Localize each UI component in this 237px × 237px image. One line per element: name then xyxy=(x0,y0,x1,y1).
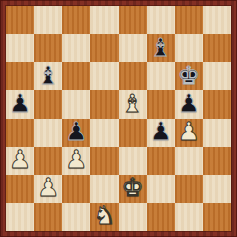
piece-black-pawn[interactable]: ♟ xyxy=(178,91,200,116)
square-c7[interactable] xyxy=(62,34,90,62)
square-c6[interactable] xyxy=(62,62,90,90)
square-f4[interactable]: ♟ xyxy=(147,119,175,147)
square-b7[interactable] xyxy=(34,34,62,62)
square-c1[interactable] xyxy=(62,203,90,231)
chessboard-frame: ♝♝♚♟♝♟♟♟♟♟♟♟♚♞ xyxy=(0,0,237,237)
square-a5[interactable]: ♟ xyxy=(6,90,34,118)
piece-black-king[interactable]: ♚ xyxy=(178,63,200,88)
square-h4[interactable] xyxy=(203,119,231,147)
square-h3[interactable] xyxy=(203,147,231,175)
square-g6[interactable]: ♚ xyxy=(175,62,203,90)
square-g2[interactable] xyxy=(175,175,203,203)
piece-black-bishop[interactable]: ♝ xyxy=(149,35,171,60)
square-g7[interactable] xyxy=(175,34,203,62)
piece-black-pawn[interactable]: ♟ xyxy=(149,119,171,144)
square-e4[interactable] xyxy=(119,119,147,147)
square-e6[interactable] xyxy=(119,62,147,90)
square-h5[interactable] xyxy=(203,90,231,118)
square-d8[interactable] xyxy=(90,6,118,34)
square-f3[interactable] xyxy=(147,147,175,175)
square-h1[interactable] xyxy=(203,203,231,231)
square-a8[interactable] xyxy=(6,6,34,34)
piece-black-pawn[interactable]: ♟ xyxy=(9,91,31,116)
square-e7[interactable] xyxy=(119,34,147,62)
square-b5[interactable] xyxy=(34,90,62,118)
square-d7[interactable] xyxy=(90,34,118,62)
square-a4[interactable] xyxy=(6,119,34,147)
square-c4[interactable]: ♟ xyxy=(62,119,90,147)
square-f1[interactable] xyxy=(147,203,175,231)
piece-white-king[interactable]: ♚ xyxy=(121,175,143,200)
square-d6[interactable] xyxy=(90,62,118,90)
square-c8[interactable] xyxy=(62,6,90,34)
square-d5[interactable] xyxy=(90,90,118,118)
square-d1[interactable]: ♞ xyxy=(90,203,118,231)
square-d2[interactable] xyxy=(90,175,118,203)
square-a1[interactable] xyxy=(6,203,34,231)
square-f5[interactable] xyxy=(147,90,175,118)
piece-white-pawn[interactable]: ♟ xyxy=(37,175,59,200)
piece-white-bishop[interactable]: ♝ xyxy=(121,91,143,116)
square-b8[interactable] xyxy=(34,6,62,34)
square-h2[interactable] xyxy=(203,175,231,203)
square-e5[interactable]: ♝ xyxy=(119,90,147,118)
square-b3[interactable] xyxy=(34,147,62,175)
square-e8[interactable] xyxy=(119,6,147,34)
square-a7[interactable] xyxy=(6,34,34,62)
piece-white-pawn[interactable]: ♟ xyxy=(178,119,200,144)
square-c5[interactable] xyxy=(62,90,90,118)
square-f8[interactable] xyxy=(147,6,175,34)
square-g8[interactable] xyxy=(175,6,203,34)
square-h7[interactable] xyxy=(203,34,231,62)
square-f7[interactable]: ♝ xyxy=(147,34,175,62)
square-b4[interactable] xyxy=(34,119,62,147)
square-a3[interactable]: ♟ xyxy=(6,147,34,175)
square-b2[interactable]: ♟ xyxy=(34,175,62,203)
square-e1[interactable] xyxy=(119,203,147,231)
piece-black-pawn[interactable]: ♟ xyxy=(65,119,87,144)
chessboard: ♝♝♚♟♝♟♟♟♟♟♟♟♚♞ xyxy=(6,6,231,231)
square-a6[interactable] xyxy=(6,62,34,90)
square-b1[interactable] xyxy=(34,203,62,231)
square-a2[interactable] xyxy=(6,175,34,203)
square-c3[interactable]: ♟ xyxy=(62,147,90,175)
square-f2[interactable] xyxy=(147,175,175,203)
square-d3[interactable] xyxy=(90,147,118,175)
piece-white-pawn[interactable]: ♟ xyxy=(9,147,31,172)
square-h6[interactable] xyxy=(203,62,231,90)
square-h8[interactable] xyxy=(203,6,231,34)
square-g3[interactable] xyxy=(175,147,203,175)
square-e2[interactable]: ♚ xyxy=(119,175,147,203)
square-g5[interactable]: ♟ xyxy=(175,90,203,118)
square-g4[interactable]: ♟ xyxy=(175,119,203,147)
square-b6[interactable]: ♝ xyxy=(34,62,62,90)
square-d4[interactable] xyxy=(90,119,118,147)
square-g1[interactable] xyxy=(175,203,203,231)
piece-white-pawn[interactable]: ♟ xyxy=(65,147,87,172)
square-f6[interactable] xyxy=(147,62,175,90)
square-e3[interactable] xyxy=(119,147,147,175)
piece-white-knight[interactable]: ♞ xyxy=(93,203,115,228)
piece-black-bishop[interactable]: ♝ xyxy=(37,63,59,88)
square-c2[interactable] xyxy=(62,175,90,203)
